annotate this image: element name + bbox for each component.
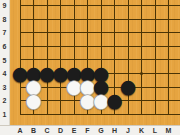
column-labels: ABCDEFGHJKLM — [0, 125, 180, 135]
intersection-C9[interactable] — [40, 0, 54, 12]
column-label-M: M — [164, 126, 174, 135]
intersection-E9[interactable] — [67, 0, 81, 12]
intersection-N4[interactable] — [175, 67, 180, 81]
intersection-A7[interactable] — [13, 26, 27, 40]
intersection-L7[interactable] — [148, 26, 162, 40]
intersection-J3[interactable]: ● — [121, 80, 135, 94]
column-label-J: J — [123, 126, 133, 135]
intersection-L4[interactable] — [148, 67, 162, 81]
intersection-G8[interactable] — [94, 12, 108, 26]
intersection-K2[interactable] — [135, 94, 149, 108]
intersection-N1[interactable] — [175, 108, 180, 122]
intersection-F6[interactable] — [81, 40, 95, 54]
intersection-F8[interactable] — [81, 12, 95, 26]
intersection-H8[interactable] — [108, 12, 122, 26]
intersection-D1[interactable] — [54, 108, 68, 122]
intersection-J5[interactable] — [121, 53, 135, 67]
column-label-A: A — [15, 126, 25, 135]
intersection-L6[interactable] — [148, 40, 162, 54]
row-label-8: 8 — [0, 15, 9, 24]
row-labels: 987654321 — [0, 0, 10, 125]
intersection-N8[interactable] — [175, 12, 180, 26]
intersection-J6[interactable] — [121, 40, 135, 54]
row-label-9: 9 — [0, 1, 9, 10]
white-stone: ● — [25, 94, 42, 108]
intersection-L1[interactable] — [148, 108, 162, 122]
column-label-G: G — [96, 126, 106, 135]
intersection-K5[interactable] — [135, 53, 149, 67]
intersection-E6[interactable] — [67, 40, 81, 54]
intersection-J9[interactable] — [121, 0, 135, 12]
intersection-E7[interactable] — [67, 26, 81, 40]
intersection-M5[interactable] — [162, 53, 176, 67]
intersection-M7[interactable] — [162, 26, 176, 40]
intersection-K1[interactable] — [135, 108, 149, 122]
intersection-M2[interactable] — [162, 94, 176, 108]
intersection-C2[interactable] — [40, 94, 54, 108]
intersection-H2[interactable]: ● — [108, 94, 122, 108]
intersection-N2[interactable] — [175, 94, 180, 108]
intersection-L5[interactable] — [148, 53, 162, 67]
intersection-L8[interactable] — [148, 12, 162, 26]
intersection-L2[interactable] — [148, 94, 162, 108]
intersection-B2[interactable]: ● — [27, 94, 41, 108]
intersection-E8[interactable] — [67, 12, 81, 26]
intersection-N7[interactable] — [175, 26, 180, 40]
intersection-B9[interactable] — [27, 0, 41, 12]
intersection-K4[interactable] — [135, 67, 149, 81]
column-label-K: K — [137, 126, 147, 135]
intersection-N3[interactable] — [175, 80, 180, 94]
intersection-B6[interactable] — [27, 40, 41, 54]
go-board-app: ●●●●●●●●●●●●●●●● 987654321 ABCDEFGHJKLM — [0, 0, 180, 135]
intersection-N6[interactable] — [175, 40, 180, 54]
intersection-K3[interactable] — [135, 80, 149, 94]
intersection-C1[interactable] — [40, 108, 54, 122]
intersection-G9[interactable] — [94, 0, 108, 12]
intersection-A6[interactable] — [13, 40, 27, 54]
black-stone: ● — [106, 94, 123, 108]
star-point — [140, 72, 143, 75]
intersection-D6[interactable] — [54, 40, 68, 54]
intersection-C6[interactable] — [40, 40, 54, 54]
intersection-N5[interactable] — [175, 53, 180, 67]
column-label-D: D — [56, 126, 66, 135]
intersection-M3[interactable] — [162, 80, 176, 94]
intersection-H7[interactable] — [108, 26, 122, 40]
intersection-C8[interactable] — [40, 12, 54, 26]
intersection-H5[interactable] — [108, 53, 122, 67]
intersection-F7[interactable] — [81, 26, 95, 40]
board-grid: ●●●●●●●●●●●●●●●● — [13, 0, 180, 121]
intersection-G6[interactable] — [94, 40, 108, 54]
intersection-M4[interactable] — [162, 67, 176, 81]
column-label-L: L — [150, 126, 160, 135]
intersection-N9[interactable] — [175, 0, 180, 12]
intersection-G7[interactable] — [94, 26, 108, 40]
row-label-1: 1 — [0, 110, 9, 119]
column-label-H: H — [110, 126, 120, 135]
intersection-H6[interactable] — [108, 40, 122, 54]
intersection-B8[interactable] — [27, 12, 41, 26]
intersection-H9[interactable] — [108, 0, 122, 12]
column-label-C: C — [42, 126, 52, 135]
row-label-5: 5 — [0, 56, 9, 65]
intersection-L9[interactable] — [148, 0, 162, 12]
column-label-E: E — [69, 126, 79, 135]
intersection-D8[interactable] — [54, 12, 68, 26]
intersection-C7[interactable] — [40, 26, 54, 40]
column-label-B: B — [29, 126, 39, 135]
go-board[interactable]: ●●●●●●●●●●●●●●●● — [10, 0, 180, 125]
intersection-D9[interactable] — [54, 0, 68, 12]
intersection-J7[interactable] — [121, 26, 135, 40]
intersection-F9[interactable] — [81, 0, 95, 12]
intersection-M8[interactable] — [162, 12, 176, 26]
intersection-M9[interactable] — [162, 0, 176, 12]
column-label-F: F — [83, 126, 93, 135]
intersection-B7[interactable] — [27, 26, 41, 40]
intersection-M1[interactable] — [162, 108, 176, 122]
row-label-3: 3 — [0, 83, 9, 92]
intersection-M6[interactable] — [162, 40, 176, 54]
intersection-K8[interactable] — [135, 12, 149, 26]
intersection-K6[interactable] — [135, 40, 149, 54]
intersection-K7[interactable] — [135, 26, 149, 40]
row-label-6: 6 — [0, 42, 9, 51]
row-label-7: 7 — [0, 28, 9, 37]
intersection-J8[interactable] — [121, 12, 135, 26]
intersection-K9[interactable] — [135, 0, 149, 12]
intersection-D7[interactable] — [54, 26, 68, 40]
intersection-A9[interactable] — [13, 0, 27, 12]
row-label-4: 4 — [0, 69, 9, 78]
intersection-L3[interactable] — [148, 80, 162, 94]
intersection-A8[interactable] — [13, 12, 27, 26]
intersection-J1[interactable] — [121, 108, 135, 122]
row-label-2: 2 — [0, 96, 9, 105]
